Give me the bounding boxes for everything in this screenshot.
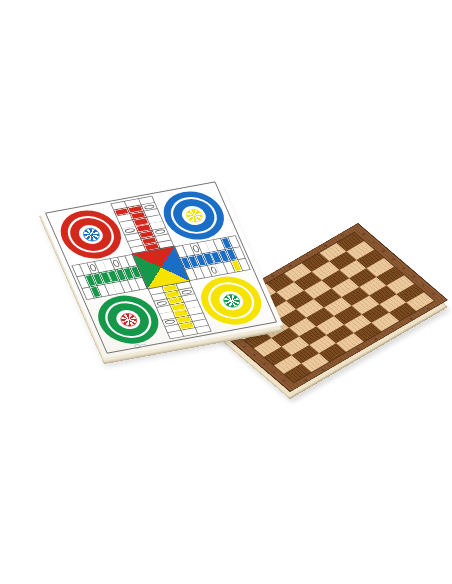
rosette-icon [118, 312, 139, 328]
parchis-cell [195, 325, 211, 333]
maker-mark-text-line [140, 345, 145, 347]
parchis-board: 1234567123456776543217654321 [39, 177, 283, 358]
home-circle-center [179, 204, 210, 227]
parchis-play-area: 1234567123456776543217654321 [49, 185, 273, 351]
maker-mark [134, 342, 148, 349]
rosette-icon [183, 208, 204, 224]
home-circle-center [113, 308, 144, 331]
home-circle-center [216, 289, 247, 312]
rosette-icon [221, 293, 242, 309]
home-circle-center [76, 223, 107, 246]
parchis-surface: 1234567123456776543217654321 [39, 177, 283, 358]
scene: abcdefgh abcdefgh 87654321 87654321 1234… [0, 0, 452, 584]
rosette-icon [80, 227, 101, 243]
